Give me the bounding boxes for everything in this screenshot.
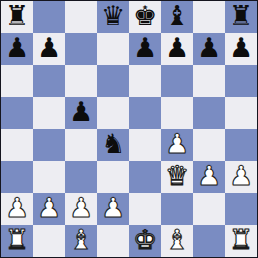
square-d7[interactable] <box>97 33 129 65</box>
square-f6[interactable] <box>161 65 193 97</box>
black-knight[interactable]: ♞ <box>101 129 125 160</box>
white-rook[interactable]: ♜ <box>5 225 29 256</box>
square-a1[interactable]: ♜ <box>1 225 33 257</box>
square-b8[interactable] <box>33 1 65 33</box>
square-e1[interactable]: ♚ <box>129 225 161 257</box>
black-pawn[interactable]: ♟ <box>165 33 189 64</box>
square-d6[interactable] <box>97 65 129 97</box>
black-pawn[interactable]: ♟ <box>37 33 61 64</box>
square-a6[interactable] <box>1 65 33 97</box>
white-bishop[interactable]: ♝ <box>165 225 189 256</box>
square-d2[interactable]: ♟ <box>97 193 129 225</box>
square-g4[interactable] <box>193 129 225 161</box>
white-rook[interactable]: ♜ <box>229 225 253 256</box>
black-rook[interactable]: ♜ <box>5 1 29 32</box>
square-c7[interactable] <box>65 33 97 65</box>
square-d3[interactable] <box>97 161 129 193</box>
black-king[interactable]: ♚ <box>133 1 157 32</box>
square-f3[interactable]: ♛ <box>161 161 193 193</box>
chess-board: ♜♛♚♝♜♟♟♟♟♟♟♟♞♟♛♟♟♟♟♟♟♜♝♚♝♜ <box>0 0 258 258</box>
square-a3[interactable] <box>1 161 33 193</box>
black-pawn[interactable]: ♟ <box>229 33 253 64</box>
square-d8[interactable]: ♛ <box>97 1 129 33</box>
square-c8[interactable] <box>65 1 97 33</box>
square-b7[interactable]: ♟ <box>33 33 65 65</box>
square-a8[interactable]: ♜ <box>1 1 33 33</box>
square-h1[interactable]: ♜ <box>225 225 257 257</box>
square-f4[interactable]: ♟ <box>161 129 193 161</box>
black-pawn[interactable]: ♟ <box>133 33 157 64</box>
white-pawn[interactable]: ♟ <box>197 161 221 192</box>
white-pawn[interactable]: ♟ <box>101 193 125 224</box>
square-c3[interactable] <box>65 161 97 193</box>
square-f2[interactable] <box>161 193 193 225</box>
square-g1[interactable] <box>193 225 225 257</box>
square-e5[interactable] <box>129 97 161 129</box>
square-e4[interactable] <box>129 129 161 161</box>
square-c6[interactable] <box>65 65 97 97</box>
square-e6[interactable] <box>129 65 161 97</box>
square-h5[interactable] <box>225 97 257 129</box>
white-pawn[interactable]: ♟ <box>37 193 61 224</box>
square-e3[interactable] <box>129 161 161 193</box>
square-g3[interactable]: ♟ <box>193 161 225 193</box>
black-queen[interactable]: ♛ <box>101 1 125 32</box>
white-pawn[interactable]: ♟ <box>165 129 189 160</box>
square-c2[interactable]: ♟ <box>65 193 97 225</box>
square-c1[interactable]: ♝ <box>65 225 97 257</box>
white-king[interactable]: ♚ <box>133 225 157 256</box>
square-a2[interactable]: ♟ <box>1 193 33 225</box>
square-b4[interactable] <box>33 129 65 161</box>
black-pawn[interactable]: ♟ <box>197 33 221 64</box>
white-pawn[interactable]: ♟ <box>229 161 253 192</box>
square-a7[interactable]: ♟ <box>1 33 33 65</box>
square-h6[interactable] <box>225 65 257 97</box>
square-g5[interactable] <box>193 97 225 129</box>
white-pawn[interactable]: ♟ <box>69 193 93 224</box>
black-rook[interactable]: ♜ <box>229 1 253 32</box>
square-g8[interactable] <box>193 1 225 33</box>
square-b1[interactable] <box>33 225 65 257</box>
square-f5[interactable] <box>161 97 193 129</box>
white-bishop[interactable]: ♝ <box>69 225 93 256</box>
square-e8[interactable]: ♚ <box>129 1 161 33</box>
square-d5[interactable] <box>97 97 129 129</box>
square-h2[interactable] <box>225 193 257 225</box>
square-e7[interactable]: ♟ <box>129 33 161 65</box>
chess-board-window: ♜♛♚♝♜♟♟♟♟♟♟♟♞♟♛♟♟♟♟♟♟♜♝♚♝♜ <box>0 0 258 258</box>
black-pawn[interactable]: ♟ <box>69 97 93 128</box>
square-g2[interactable] <box>193 193 225 225</box>
square-h4[interactable] <box>225 129 257 161</box>
white-queen[interactable]: ♛ <box>165 161 189 192</box>
black-pawn[interactable]: ♟ <box>5 33 29 64</box>
square-b3[interactable] <box>33 161 65 193</box>
black-bishop[interactable]: ♝ <box>165 1 189 32</box>
square-c5[interactable]: ♟ <box>65 97 97 129</box>
square-f7[interactable]: ♟ <box>161 33 193 65</box>
white-pawn[interactable]: ♟ <box>5 193 29 224</box>
square-h7[interactable]: ♟ <box>225 33 257 65</box>
square-b2[interactable]: ♟ <box>33 193 65 225</box>
square-h8[interactable]: ♜ <box>225 1 257 33</box>
square-a5[interactable] <box>1 97 33 129</box>
square-h3[interactable]: ♟ <box>225 161 257 193</box>
square-b6[interactable] <box>33 65 65 97</box>
square-g6[interactable] <box>193 65 225 97</box>
square-a4[interactable] <box>1 129 33 161</box>
square-g7[interactable]: ♟ <box>193 33 225 65</box>
square-d4[interactable]: ♞ <box>97 129 129 161</box>
square-f8[interactable]: ♝ <box>161 1 193 33</box>
square-d1[interactable] <box>97 225 129 257</box>
square-e2[interactable] <box>129 193 161 225</box>
square-f1[interactable]: ♝ <box>161 225 193 257</box>
square-c4[interactable] <box>65 129 97 161</box>
square-b5[interactable] <box>33 97 65 129</box>
